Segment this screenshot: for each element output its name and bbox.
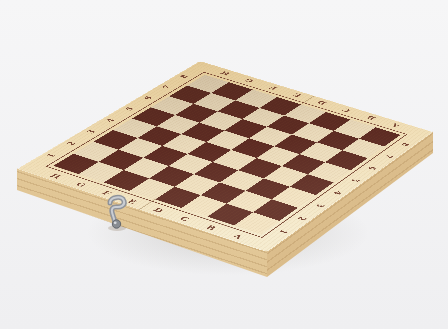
product-photo: HGFEDCBAHGFEDCBA1234567812345678 bbox=[0, 0, 448, 329]
metal-clasp-icon bbox=[101, 194, 137, 234]
